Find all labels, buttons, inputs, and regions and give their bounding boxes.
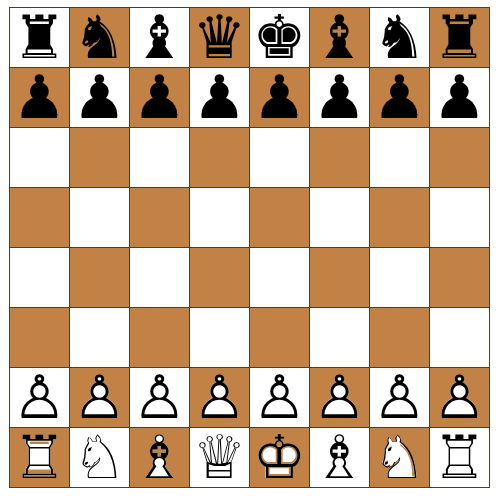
square-f5[interactable] [310, 188, 369, 247]
square-h6[interactable] [430, 128, 489, 187]
piece-white-pawn: ♟♙ [70, 368, 129, 427]
square-h2[interactable]: ♟♙ [430, 368, 489, 427]
square-b5[interactable] [70, 188, 129, 247]
piece-black-pawn: ♟ [250, 68, 309, 127]
white-pawn-icon: ♙ [190, 368, 249, 427]
piece-white-pawn: ♟♙ [250, 368, 309, 427]
white-knight-icon: ♘ [370, 428, 429, 487]
square-a7[interactable]: ♟ [10, 68, 69, 127]
square-c8[interactable]: ♝ [130, 8, 189, 67]
piece-white-rook: ♜♖ [10, 428, 69, 487]
black-bishop-icon: ♝ [310, 8, 369, 67]
black-pawn-icon: ♟ [130, 68, 189, 127]
black-knight-icon: ♞ [370, 8, 429, 67]
piece-white-pawn: ♟♙ [10, 368, 69, 427]
white-pawn-icon: ♙ [130, 368, 189, 427]
white-rook-icon: ♖ [10, 428, 69, 487]
white-pawn-icon: ♙ [70, 368, 129, 427]
square-c7[interactable]: ♟ [130, 68, 189, 127]
chessboard-container: ♜♞♝♛♚♝♞♜♟♟♟♟♟♟♟♟♟♙♟♙♟♙♟♙♟♙♟♙♟♙♟♙♜♖♞♘♝♗♛♕… [9, 7, 490, 488]
square-h7[interactable]: ♟ [430, 68, 489, 127]
white-pawn-icon: ♙ [310, 368, 369, 427]
square-b3[interactable] [70, 308, 129, 367]
piece-white-pawn: ♟♙ [190, 368, 249, 427]
square-g3[interactable] [370, 308, 429, 367]
square-f6[interactable] [310, 128, 369, 187]
piece-white-knight: ♞♘ [370, 428, 429, 487]
square-e4[interactable] [250, 248, 309, 307]
square-d8[interactable]: ♛ [190, 8, 249, 67]
square-e7[interactable]: ♟ [250, 68, 309, 127]
black-pawn-icon: ♟ [250, 68, 309, 127]
square-a2[interactable]: ♟♙ [10, 368, 69, 427]
white-pawn-icon: ♙ [370, 368, 429, 427]
piece-black-bishop: ♝ [130, 8, 189, 67]
square-e6[interactable] [250, 128, 309, 187]
square-b7[interactable]: ♟ [70, 68, 129, 127]
white-knight-icon: ♘ [70, 428, 129, 487]
piece-black-rook: ♜ [430, 8, 489, 67]
black-rook-icon: ♜ [10, 8, 69, 67]
black-queen-icon: ♛ [190, 8, 249, 67]
square-h1[interactable]: ♜♖ [430, 428, 489, 487]
white-bishop-icon: ♗ [130, 428, 189, 487]
square-d4[interactable] [190, 248, 249, 307]
piece-white-queen: ♛♕ [190, 428, 249, 487]
piece-white-bishop: ♝♗ [310, 428, 369, 487]
square-c3[interactable] [130, 308, 189, 367]
square-d5[interactable] [190, 188, 249, 247]
square-f4[interactable] [310, 248, 369, 307]
black-rook-icon: ♜ [430, 8, 489, 67]
piece-black-king: ♚ [250, 8, 309, 67]
square-e3[interactable] [250, 308, 309, 367]
white-pawn-icon: ♙ [250, 368, 309, 427]
square-c5[interactable] [130, 188, 189, 247]
piece-black-knight: ♞ [70, 8, 129, 67]
square-d1[interactable]: ♛♕ [190, 428, 249, 487]
piece-white-pawn: ♟♙ [130, 368, 189, 427]
white-bishop-icon: ♗ [310, 428, 369, 487]
piece-white-knight: ♞♘ [70, 428, 129, 487]
black-bishop-icon: ♝ [130, 8, 189, 67]
piece-black-knight: ♞ [370, 8, 429, 67]
square-b8[interactable]: ♞ [70, 8, 129, 67]
piece-black-pawn: ♟ [130, 68, 189, 127]
square-f3[interactable] [310, 308, 369, 367]
black-pawn-icon: ♟ [310, 68, 369, 127]
square-g6[interactable] [370, 128, 429, 187]
square-c2[interactable]: ♟♙ [130, 368, 189, 427]
square-g2[interactable]: ♟♙ [370, 368, 429, 427]
piece-white-bishop: ♝♗ [130, 428, 189, 487]
piece-white-king: ♚♔ [250, 428, 309, 487]
square-h3[interactable] [430, 308, 489, 367]
square-e5[interactable] [250, 188, 309, 247]
piece-white-pawn: ♟♙ [430, 368, 489, 427]
square-c4[interactable] [130, 248, 189, 307]
square-h4[interactable] [430, 248, 489, 307]
white-rook-icon: ♖ [430, 428, 489, 487]
square-a3[interactable] [10, 308, 69, 367]
piece-black-queen: ♛ [190, 8, 249, 67]
square-c6[interactable] [130, 128, 189, 187]
square-f1[interactable]: ♝♗ [310, 428, 369, 487]
square-g1[interactable]: ♞♘ [370, 428, 429, 487]
black-pawn-icon: ♟ [190, 68, 249, 127]
piece-white-rook: ♜♖ [430, 428, 489, 487]
black-pawn-icon: ♟ [70, 68, 129, 127]
piece-black-pawn: ♟ [430, 68, 489, 127]
square-a8[interactable]: ♜ [10, 8, 69, 67]
square-d3[interactable] [190, 308, 249, 367]
piece-black-rook: ♜ [10, 8, 69, 67]
square-b6[interactable] [70, 128, 129, 187]
piece-black-bishop: ♝ [310, 8, 369, 67]
piece-black-pawn: ♟ [70, 68, 129, 127]
square-c1[interactable]: ♝♗ [130, 428, 189, 487]
square-a4[interactable] [10, 248, 69, 307]
white-pawn-icon: ♙ [10, 368, 69, 427]
square-g5[interactable] [370, 188, 429, 247]
square-a1[interactable]: ♜♖ [10, 428, 69, 487]
black-knight-icon: ♞ [70, 8, 129, 67]
white-king-icon: ♔ [250, 428, 309, 487]
square-f8[interactable]: ♝ [310, 8, 369, 67]
piece-white-pawn: ♟♙ [310, 368, 369, 427]
square-a5[interactable] [10, 188, 69, 247]
black-pawn-icon: ♟ [370, 68, 429, 127]
square-f7[interactable]: ♟ [310, 68, 369, 127]
black-king-icon: ♚ [250, 8, 309, 67]
square-g4[interactable] [370, 248, 429, 307]
square-b2[interactable]: ♟♙ [70, 368, 129, 427]
square-h8[interactable]: ♜ [430, 8, 489, 67]
square-e1[interactable]: ♚♔ [250, 428, 309, 487]
square-g7[interactable]: ♟ [370, 68, 429, 127]
black-pawn-icon: ♟ [430, 68, 489, 127]
square-d7[interactable]: ♟ [190, 68, 249, 127]
chessboard: ♜♞♝♛♚♝♞♜♟♟♟♟♟♟♟♟♟♙♟♙♟♙♟♙♟♙♟♙♟♙♟♙♜♖♞♘♝♗♛♕… [9, 7, 490, 488]
piece-black-pawn: ♟ [310, 68, 369, 127]
piece-black-pawn: ♟ [10, 68, 69, 127]
piece-white-pawn: ♟♙ [370, 368, 429, 427]
square-b1[interactable]: ♞♘ [70, 428, 129, 487]
square-e2[interactable]: ♟♙ [250, 368, 309, 427]
square-g8[interactable]: ♞ [370, 8, 429, 67]
square-d2[interactable]: ♟♙ [190, 368, 249, 427]
square-h5[interactable] [430, 188, 489, 247]
white-queen-icon: ♕ [190, 428, 249, 487]
piece-black-pawn: ♟ [370, 68, 429, 127]
square-b4[interactable] [70, 248, 129, 307]
white-pawn-icon: ♙ [430, 368, 489, 427]
square-e8[interactable]: ♚ [250, 8, 309, 67]
black-pawn-icon: ♟ [10, 68, 69, 127]
square-a6[interactable] [10, 128, 69, 187]
square-d6[interactable] [190, 128, 249, 187]
piece-black-pawn: ♟ [190, 68, 249, 127]
square-f2[interactable]: ♟♙ [310, 368, 369, 427]
